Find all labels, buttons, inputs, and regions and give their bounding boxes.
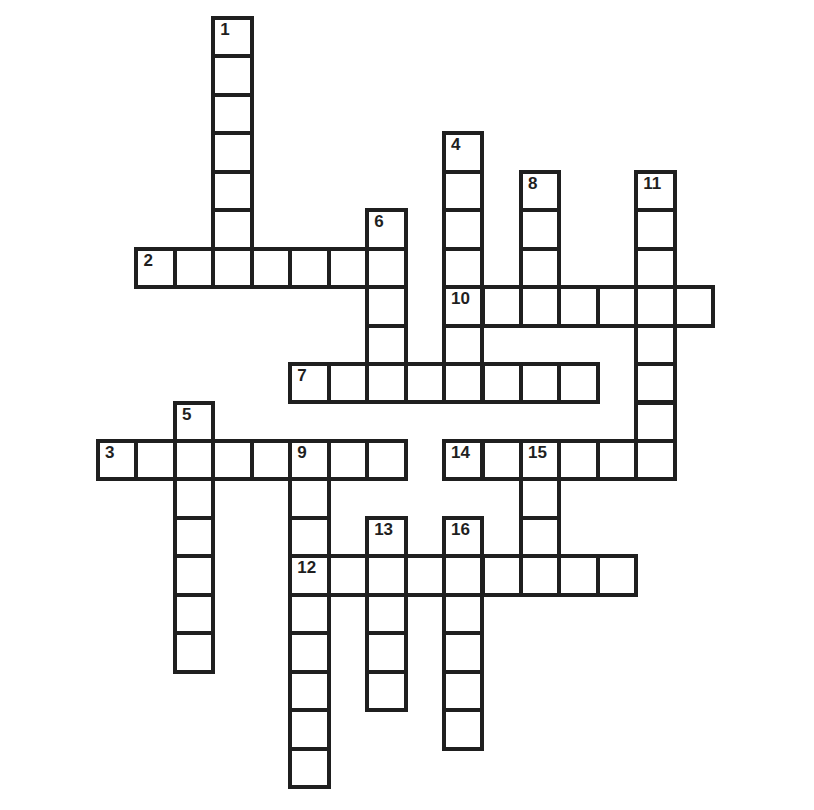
grid-cell[interactable]: 10	[442, 285, 484, 327]
grid-cell[interactable]	[519, 285, 561, 327]
grid-cell[interactable]	[442, 170, 484, 212]
grid-cell[interactable]	[634, 401, 676, 443]
crossword-board: 14811621075391415131612	[0, 0, 814, 810]
grid-cell[interactable]	[365, 324, 407, 366]
grid-cell[interactable]	[404, 554, 446, 596]
grid-cell[interactable]	[173, 247, 215, 289]
grid-cell[interactable]	[481, 439, 523, 481]
clue-number: 13	[374, 521, 393, 540]
grid-cell[interactable]	[327, 362, 369, 404]
grid-cell[interactable]	[442, 593, 484, 635]
grid-cell[interactable]: 13	[365, 516, 407, 558]
grid-cell[interactable]	[442, 554, 484, 596]
grid-cell[interactable]	[211, 54, 253, 96]
grid-cell[interactable]	[365, 554, 407, 596]
grid-cell[interactable]: 15	[519, 439, 561, 481]
grid-cell[interactable]	[442, 670, 484, 712]
clue-number: 16	[451, 521, 470, 540]
clue-number: 9	[297, 444, 306, 463]
grid-cell[interactable]	[288, 247, 330, 289]
grid-cell[interactable]	[211, 93, 253, 135]
grid-cell[interactable]	[596, 554, 638, 596]
grid-cell[interactable]	[596, 439, 638, 481]
grid-cell[interactable]	[327, 247, 369, 289]
grid-cell[interactable]	[173, 516, 215, 558]
clue-number: 12	[297, 559, 316, 578]
grid-cell[interactable]	[673, 285, 715, 327]
grid-cell[interactable]	[596, 285, 638, 327]
grid-cell[interactable]	[557, 554, 599, 596]
grid-cell[interactable]	[481, 362, 523, 404]
grid-cell[interactable]: 5	[173, 401, 215, 443]
grid-cell[interactable]	[442, 247, 484, 289]
clue-number: 5	[182, 406, 191, 425]
grid-cell[interactable]	[442, 362, 484, 404]
grid-cell[interactable]	[442, 708, 484, 750]
grid-cell[interactable]	[211, 131, 253, 173]
grid-cell[interactable]: 6	[365, 208, 407, 250]
clue-number: 3	[105, 444, 114, 463]
grid-cell[interactable]	[481, 285, 523, 327]
grid-cell[interactable]	[365, 285, 407, 327]
grid-cell[interactable]	[481, 554, 523, 596]
grid-cell[interactable]	[365, 439, 407, 481]
grid-cell[interactable]	[442, 631, 484, 673]
clue-number: 8	[528, 175, 537, 194]
grid-cell[interactable]	[288, 631, 330, 673]
grid-cell[interactable]	[557, 439, 599, 481]
clue-number: 14	[451, 444, 470, 463]
grid-cell[interactable]: 2	[134, 247, 176, 289]
grid-cell[interactable]	[211, 439, 253, 481]
grid-cell[interactable]	[442, 208, 484, 250]
grid-cell[interactable]	[519, 554, 561, 596]
grid-cell[interactable]	[288, 708, 330, 750]
grid-cell[interactable]	[288, 670, 330, 712]
clue-number: 6	[374, 213, 383, 232]
grid-cell[interactable]	[634, 208, 676, 250]
clue-number: 11	[643, 175, 661, 194]
clue-number: 10	[451, 290, 470, 309]
grid-cell[interactable]	[519, 477, 561, 519]
grid-cell[interactable]	[519, 516, 561, 558]
grid-cell[interactable]: 1	[211, 16, 253, 58]
grid-cell[interactable]	[519, 247, 561, 289]
clue-number: 1	[220, 21, 229, 40]
grid-cell[interactable]	[134, 439, 176, 481]
grid-cell[interactable]	[173, 554, 215, 596]
grid-cell[interactable]: 8	[519, 170, 561, 212]
grid-cell[interactable]	[442, 324, 484, 366]
grid-cell[interactable]	[250, 247, 292, 289]
grid-cell[interactable]: 16	[442, 516, 484, 558]
grid-cell[interactable]	[288, 747, 330, 789]
grid-cell[interactable]	[173, 631, 215, 673]
grid-cell[interactable]	[288, 516, 330, 558]
grid-cell[interactable]	[634, 439, 676, 481]
grid-cell[interactable]: 11	[634, 170, 676, 212]
grid-cell[interactable]	[211, 247, 253, 289]
grid-cell[interactable]	[288, 593, 330, 635]
grid-cell[interactable]	[211, 170, 253, 212]
grid-cell[interactable]	[327, 439, 369, 481]
clue-number: 7	[297, 367, 306, 386]
grid-cell[interactable]: 7	[288, 362, 330, 404]
grid-cell[interactable]	[634, 324, 676, 366]
grid-cell[interactable]	[173, 439, 215, 481]
clue-number: 2	[143, 252, 152, 271]
grid-cell[interactable]: 4	[442, 131, 484, 173]
grid-cell[interactable]	[173, 477, 215, 519]
grid-cell[interactable]	[365, 670, 407, 712]
grid-cell[interactable]	[250, 439, 292, 481]
grid-cell[interactable]	[519, 208, 561, 250]
grid-cell[interactable]	[365, 631, 407, 673]
grid-cell[interactable]	[634, 362, 676, 404]
grid-cell[interactable]	[634, 247, 676, 289]
clue-number: 15	[528, 444, 547, 463]
grid-cell[interactable]	[634, 285, 676, 327]
grid-cell[interactable]: 14	[442, 439, 484, 481]
grid-cell[interactable]	[211, 208, 253, 250]
grid-cell[interactable]	[557, 285, 599, 327]
grid-cell[interactable]	[404, 362, 446, 404]
grid-cell[interactable]	[173, 593, 215, 635]
grid-cell[interactable]	[288, 477, 330, 519]
grid-cell[interactable]	[365, 593, 407, 635]
grid-cell[interactable]	[365, 362, 407, 404]
clue-number: 4	[451, 136, 460, 155]
crossword-page: 14811621075391415131612	[0, 0, 814, 810]
grid-cell[interactable]	[327, 554, 369, 596]
grid-cell[interactable]	[557, 362, 599, 404]
grid-cell[interactable]: 3	[96, 439, 138, 481]
grid-cell[interactable]: 12	[288, 554, 330, 596]
grid-cell[interactable]	[365, 247, 407, 289]
grid-cell[interactable]: 9	[288, 439, 330, 481]
grid-cell[interactable]	[519, 362, 561, 404]
